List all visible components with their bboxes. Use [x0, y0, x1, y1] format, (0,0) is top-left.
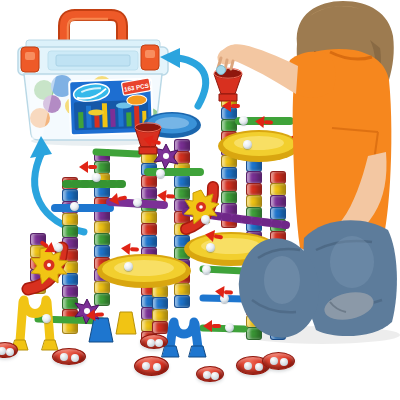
- boy: [0, 0, 400, 400]
- product-photo: 163 PCS: [0, 0, 400, 400]
- held-marble: [217, 66, 226, 75]
- boy-jeans: [232, 220, 397, 343]
